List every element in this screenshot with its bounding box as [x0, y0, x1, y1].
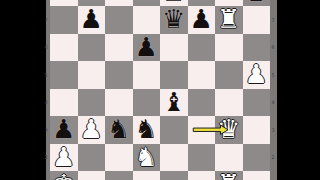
black-pawn: ♟: [52, 116, 75, 144]
square-g5[interactable]: [215, 61, 243, 89]
square-e4[interactable]: ♝: [160, 89, 188, 117]
white-king: ♚: [52, 171, 75, 180]
square-f7[interactable]: ♟: [188, 6, 216, 34]
rank-label-5: 5: [272, 72, 275, 77]
rank-label-2: 2: [272, 155, 275, 160]
square-e2[interactable]: [160, 144, 188, 172]
square-f5[interactable]: [188, 61, 216, 89]
square-d6[interactable]: ♟: [133, 34, 161, 62]
white-queen: ♛: [217, 116, 240, 144]
square-a2[interactable]: ♟: [50, 144, 78, 172]
square-h1[interactable]: [243, 171, 271, 180]
white-pawn: ♟: [245, 61, 268, 89]
square-e3[interactable]: [160, 116, 188, 144]
black-pawn: ♟: [190, 6, 213, 34]
square-h7[interactable]: [243, 6, 271, 34]
square-e1[interactable]: [160, 171, 188, 180]
white-rook: ♜: [217, 6, 240, 34]
square-c5[interactable]: [105, 61, 133, 89]
square-e5[interactable]: [160, 61, 188, 89]
rank-label-5: 5: [45, 72, 48, 77]
rank-label-7: 7: [45, 17, 48, 22]
square-a6[interactable]: [50, 34, 78, 62]
black-bishop: ♝: [162, 89, 185, 117]
square-d3[interactable]: ♞: [133, 116, 161, 144]
square-g2[interactable]: [215, 144, 243, 172]
square-b4[interactable]: [78, 89, 106, 117]
square-h6[interactable]: [243, 34, 271, 62]
white-knight: ♞: [135, 144, 158, 172]
square-b3[interactable]: ♟: [78, 116, 106, 144]
square-c6[interactable]: [105, 34, 133, 62]
square-g7[interactable]: ♜: [215, 6, 243, 34]
square-a3[interactable]: ♟: [50, 116, 78, 144]
white-rook: ♜: [217, 171, 240, 180]
black-pawn: ♟: [80, 6, 103, 34]
square-f6[interactable]: [188, 34, 216, 62]
black-knight: ♞: [107, 116, 130, 144]
square-g3[interactable]: ♛: [215, 116, 243, 144]
square-c4[interactable]: [105, 89, 133, 117]
square-h4[interactable]: [243, 89, 271, 117]
chess-board: ♜♚♟♛♟♜♟♟♝♟♟♞♞♛♟♞♚♜: [50, 0, 270, 180]
square-e7[interactable]: ♛: [160, 6, 188, 34]
rank-label-7: 7: [272, 17, 275, 22]
white-pawn: ♟: [80, 116, 103, 144]
rank-label-4: 4: [272, 100, 275, 105]
square-a7[interactable]: [50, 6, 78, 34]
square-f2[interactable]: [188, 144, 216, 172]
square-f4[interactable]: [188, 89, 216, 117]
square-d2[interactable]: ♞: [133, 144, 161, 172]
rank-label-3: 3: [272, 127, 275, 132]
chess-diagram: ♜♚♟♛♟♜♟♟♝♟♟♞♞♛♟♞♚♜ 8877665544332211: [0, 0, 320, 180]
square-b1[interactable]: [78, 171, 106, 180]
square-d5[interactable]: [133, 61, 161, 89]
white-pawn: ♟: [52, 144, 75, 172]
square-a4[interactable]: [50, 89, 78, 117]
square-b6[interactable]: [78, 34, 106, 62]
square-h2[interactable]: [243, 144, 271, 172]
square-f1[interactable]: [188, 171, 216, 180]
square-c3[interactable]: ♞: [105, 116, 133, 144]
square-b2[interactable]: [78, 144, 106, 172]
black-queen: ♛: [162, 6, 185, 34]
square-h5[interactable]: ♟: [243, 61, 271, 89]
rank-label-6: 6: [272, 45, 275, 50]
square-c7[interactable]: [105, 6, 133, 34]
square-c1[interactable]: [105, 171, 133, 180]
square-d4[interactable]: [133, 89, 161, 117]
square-b5[interactable]: [78, 61, 106, 89]
rank-label-4: 4: [45, 100, 48, 105]
square-e6[interactable]: [160, 34, 188, 62]
square-g1[interactable]: ♜: [215, 171, 243, 180]
square-d1[interactable]: [133, 171, 161, 180]
rank-label-6: 6: [45, 45, 48, 50]
rank-label-3: 3: [45, 127, 48, 132]
rank-label-2: 2: [45, 155, 48, 160]
black-pawn: ♟: [135, 34, 158, 62]
black-knight: ♞: [135, 116, 158, 144]
square-d7[interactable]: [133, 6, 161, 34]
square-a1[interactable]: ♚: [50, 171, 78, 180]
square-b7[interactable]: ♟: [78, 6, 106, 34]
square-g6[interactable]: [215, 34, 243, 62]
square-g4[interactable]: [215, 89, 243, 117]
square-f3[interactable]: [188, 116, 216, 144]
square-a5[interactable]: [50, 61, 78, 89]
square-h3[interactable]: [243, 116, 271, 144]
square-c2[interactable]: [105, 144, 133, 172]
